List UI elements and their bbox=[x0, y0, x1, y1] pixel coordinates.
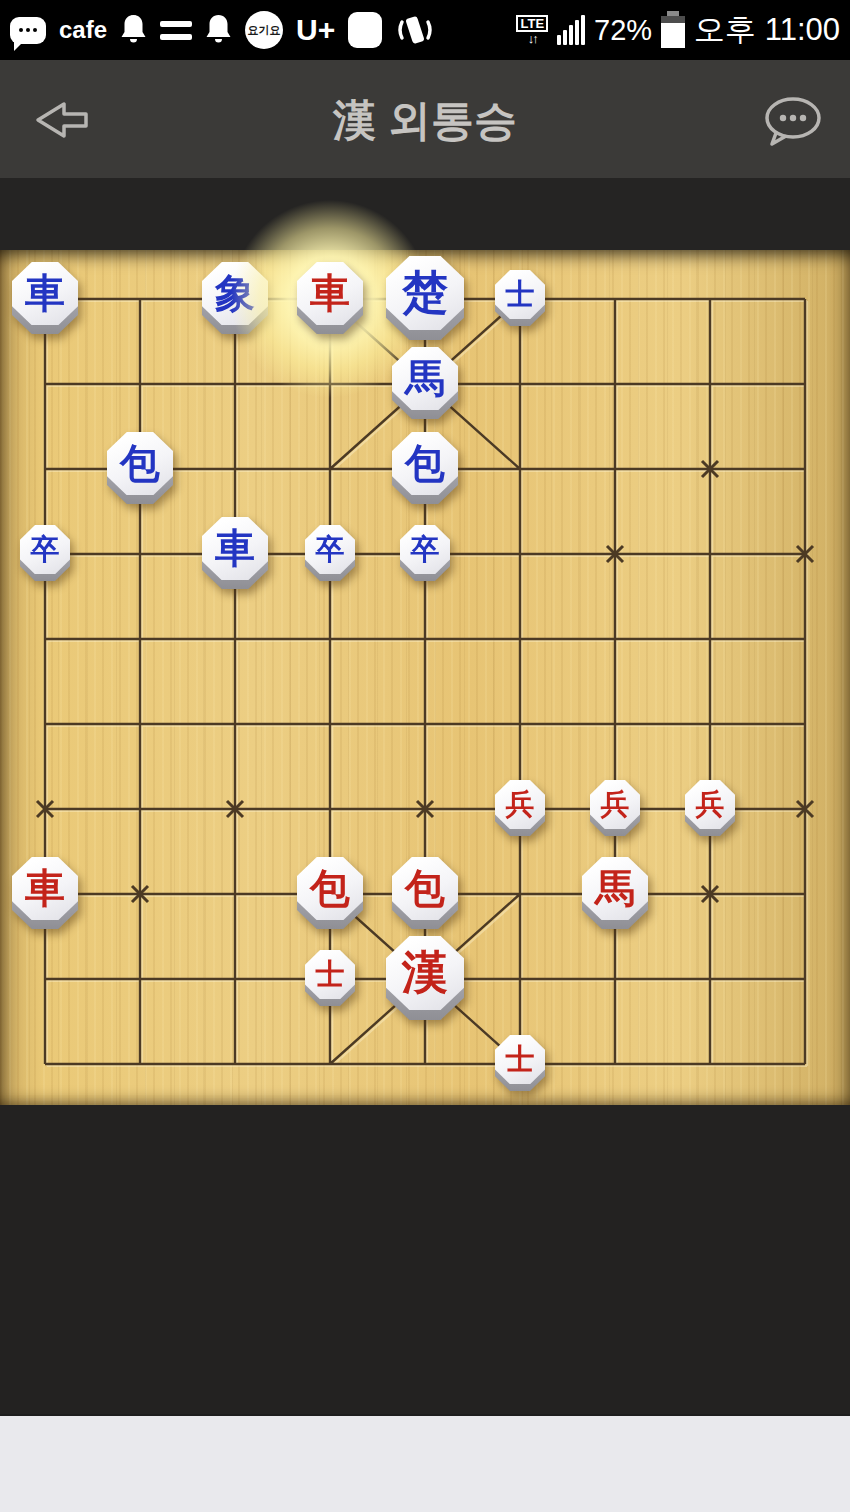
piece-cho-cannon[interactable]: 包 bbox=[392, 432, 458, 504]
header-sub-strip bbox=[0, 178, 850, 250]
piece-cho-soldier[interactable]: 卒 bbox=[20, 525, 70, 581]
uplus-notification-icon: U+ bbox=[296, 13, 335, 47]
piece-cho-horse[interactable]: 馬 bbox=[392, 347, 458, 419]
piece-han-cannon[interactable]: 包 bbox=[297, 857, 363, 929]
piece-cho-elephant[interactable]: 象 bbox=[202, 262, 268, 334]
piece-cho-soldier[interactable]: 卒 bbox=[400, 525, 450, 581]
piece-cho-soldier[interactable]: 卒 bbox=[305, 525, 355, 581]
piece-han-guard[interactable]: 士 bbox=[495, 1035, 545, 1091]
signal-strength-icon bbox=[557, 15, 585, 45]
piece-han-chariot[interactable]: 車 bbox=[297, 262, 363, 334]
piece-cho-chariot[interactable]: 車 bbox=[12, 262, 78, 334]
piece-han-king[interactable]: 漢 bbox=[386, 936, 464, 1020]
piece-han-soldier[interactable]: 兵 bbox=[495, 780, 545, 836]
piece-cho-guard[interactable]: 士 bbox=[495, 270, 545, 326]
app-header: 漢 외통승 bbox=[0, 60, 850, 178]
cafe-notification-label: cafe bbox=[59, 16, 107, 44]
battery-percent: 72% bbox=[594, 14, 652, 47]
piece-han-cannon[interactable]: 包 bbox=[392, 857, 458, 929]
messenger-notification-icon bbox=[10, 17, 46, 44]
piece-han-chariot[interactable]: 車 bbox=[12, 857, 78, 929]
yogiyo-notification-icon: 요기요 bbox=[245, 11, 283, 49]
page-title: 漢 외통승 bbox=[0, 92, 850, 150]
piece-han-guard[interactable]: 士 bbox=[305, 950, 355, 1006]
bell-icon bbox=[205, 14, 232, 46]
lte-indicator-icon: LTE↓↑ bbox=[516, 15, 548, 45]
lines-notification-icon bbox=[160, 21, 192, 40]
piece-han-soldier[interactable]: 兵 bbox=[590, 780, 640, 836]
janggi-board[interactable]: 車象車楚士馬包包卒車卒卒兵兵兵車包包馬士漢士 bbox=[0, 250, 850, 1105]
piece-han-soldier[interactable]: 兵 bbox=[685, 780, 735, 836]
lower-panel: |« « ‹ 42 /42 › » »| 楚 57.0점 18급 지만초이 검토… bbox=[0, 1105, 850, 1414]
piece-cho-cannon[interactable]: 包 bbox=[107, 432, 173, 504]
piece-cho-king[interactable]: 楚 bbox=[386, 256, 464, 340]
janggi-app-screen: { "game": "janggi (Korean chess)", "posi… bbox=[0, 0, 850, 1512]
app-notification-icon bbox=[348, 12, 382, 48]
battery-icon bbox=[661, 11, 685, 49]
vibrate-icon bbox=[395, 14, 435, 46]
bell-icon bbox=[120, 14, 147, 46]
android-nav-bar bbox=[0, 1414, 850, 1512]
piece-cho-chariot[interactable]: 車 bbox=[202, 517, 268, 589]
clock: 오후 11:00 bbox=[694, 9, 840, 51]
status-bar: cafe 요기요 U+ LTE↓↑ 72% 오후 11:00 bbox=[0, 0, 850, 60]
chat-button[interactable] bbox=[762, 96, 824, 148]
piece-han-horse[interactable]: 馬 bbox=[582, 857, 648, 929]
